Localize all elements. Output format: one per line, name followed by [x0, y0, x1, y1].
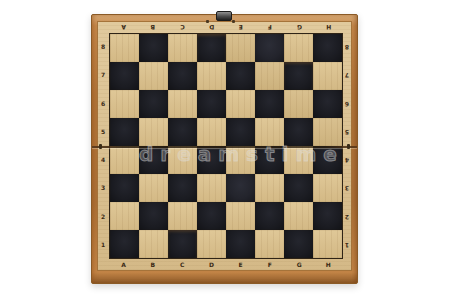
square-e1[interactable] — [226, 230, 255, 258]
square-e4[interactable] — [226, 146, 255, 174]
square-d3[interactable] — [197, 174, 226, 202]
square-b2[interactable] — [139, 202, 168, 230]
file-labels-top-label: B — [138, 22, 167, 32]
square-b6[interactable] — [139, 90, 168, 118]
square-e2[interactable] — [226, 202, 255, 230]
file-labels-top-label: E — [226, 22, 255, 32]
square-f4[interactable] — [255, 146, 284, 174]
square-h1[interactable] — [313, 230, 342, 258]
file-labels-bottom-label: F — [255, 260, 284, 270]
square-d1[interactable] — [197, 230, 226, 258]
square-h5[interactable] — [313, 118, 342, 146]
square-b4[interactable] — [139, 146, 168, 174]
square-d7[interactable] — [197, 62, 226, 90]
file-labels-top-label: A — [109, 22, 138, 32]
square-f1[interactable] — [255, 230, 284, 258]
square-h8[interactable] — [313, 34, 342, 62]
rank-labels-right-label: 4 — [342, 146, 352, 174]
square-a6[interactable] — [110, 90, 139, 118]
chess-board: ABCDEFGH ABCDEFGH 87654321 87654321 drea… — [91, 14, 358, 284]
file-labels-bottom-label: E — [226, 260, 255, 270]
square-h7[interactable] — [313, 62, 342, 90]
square-e6[interactable] — [226, 90, 255, 118]
file-labels-bottom-label: H — [314, 260, 343, 270]
file-labels-top-label: F — [255, 22, 284, 32]
rank-labels-right-label: 7 — [342, 61, 352, 89]
square-f7[interactable] — [255, 62, 284, 90]
square-a3[interactable] — [110, 174, 139, 202]
square-h4[interactable] — [313, 146, 342, 174]
square-g3[interactable] — [284, 174, 313, 202]
square-g1[interactable] — [284, 230, 313, 258]
square-a4[interactable] — [110, 146, 139, 174]
rank-labels-right-label: 1 — [342, 231, 352, 259]
square-g4[interactable] — [284, 146, 313, 174]
square-h6[interactable] — [313, 90, 342, 118]
square-b7[interactable] — [139, 62, 168, 90]
square-d6[interactable] — [197, 90, 226, 118]
rank-labels-left-label: 7 — [98, 61, 108, 89]
square-b3[interactable] — [139, 174, 168, 202]
rank-labels-right-label: 2 — [342, 203, 352, 231]
square-a5[interactable] — [110, 118, 139, 146]
file-labels-top: ABCDEFGH — [109, 22, 343, 32]
square-f3[interactable] — [255, 174, 284, 202]
square-a2[interactable] — [110, 202, 139, 230]
photo-background: ABCDEFGH ABCDEFGH 87654321 87654321 drea… — [0, 0, 449, 300]
square-f2[interactable] — [255, 202, 284, 230]
square-a8[interactable] — [110, 34, 139, 62]
rank-labels-left-label: 8 — [98, 33, 108, 61]
square-c3[interactable] — [168, 174, 197, 202]
rank-labels-right-label: 6 — [342, 90, 352, 118]
clasp-screw-right — [232, 20, 235, 23]
rank-labels-left-label: 6 — [98, 90, 108, 118]
clasp-screw-left — [206, 20, 209, 23]
square-e8[interactable] — [226, 34, 255, 62]
square-d8[interactable] — [197, 34, 226, 62]
square-a7[interactable] — [110, 62, 139, 90]
rank-labels-left-label: 4 — [98, 146, 108, 174]
square-c2[interactable] — [168, 202, 197, 230]
square-g6[interactable] — [284, 90, 313, 118]
square-g5[interactable] — [284, 118, 313, 146]
file-labels-bottom-label: B — [138, 260, 167, 270]
square-e7[interactable] — [226, 62, 255, 90]
square-b1[interactable] — [139, 230, 168, 258]
square-f8[interactable] — [255, 34, 284, 62]
file-labels-bottom-label: C — [168, 260, 197, 270]
rank-labels-right-label: 8 — [342, 33, 352, 61]
square-g8[interactable] — [284, 34, 313, 62]
square-d5[interactable] — [197, 118, 226, 146]
square-f5[interactable] — [255, 118, 284, 146]
file-labels-bottom-label: G — [285, 260, 314, 270]
rank-labels-left-label: 1 — [98, 231, 108, 259]
file-labels-bottom-label: A — [109, 260, 138, 270]
square-a1[interactable] — [110, 230, 139, 258]
hinge-pin-left — [99, 144, 102, 149]
file-labels-top-label: G — [285, 22, 314, 32]
square-c4[interactable] — [168, 146, 197, 174]
square-g2[interactable] — [284, 202, 313, 230]
square-c8[interactable] — [168, 34, 197, 62]
rank-labels-left-label: 5 — [98, 118, 108, 146]
square-h2[interactable] — [313, 202, 342, 230]
file-labels-bottom: ABCDEFGH — [109, 260, 343, 270]
square-d2[interactable] — [197, 202, 226, 230]
square-b8[interactable] — [139, 34, 168, 62]
file-labels-top-label: D — [197, 22, 226, 32]
square-e3[interactable] — [226, 174, 255, 202]
file-labels-top-label: H — [314, 22, 343, 32]
square-e5[interactable] — [226, 118, 255, 146]
clasp-latch — [216, 11, 232, 21]
square-g7[interactable] — [284, 62, 313, 90]
rank-labels-right-label: 5 — [342, 118, 352, 146]
square-c6[interactable] — [168, 90, 197, 118]
rank-labels-left-label: 3 — [98, 174, 108, 202]
file-labels-top-label: C — [168, 22, 197, 32]
file-labels-bottom-label: D — [197, 260, 226, 270]
square-c5[interactable] — [168, 118, 197, 146]
square-c7[interactable] — [168, 62, 197, 90]
square-b5[interactable] — [139, 118, 168, 146]
square-d4[interactable] — [197, 146, 226, 174]
square-c1[interactable] — [168, 230, 197, 258]
hinge-pin-right — [347, 144, 350, 149]
rank-labels-left-label: 2 — [98, 203, 108, 231]
square-f6[interactable] — [255, 90, 284, 118]
square-h3[interactable] — [313, 174, 342, 202]
rank-labels-right-label: 3 — [342, 174, 352, 202]
fold-seam — [92, 146, 357, 148]
